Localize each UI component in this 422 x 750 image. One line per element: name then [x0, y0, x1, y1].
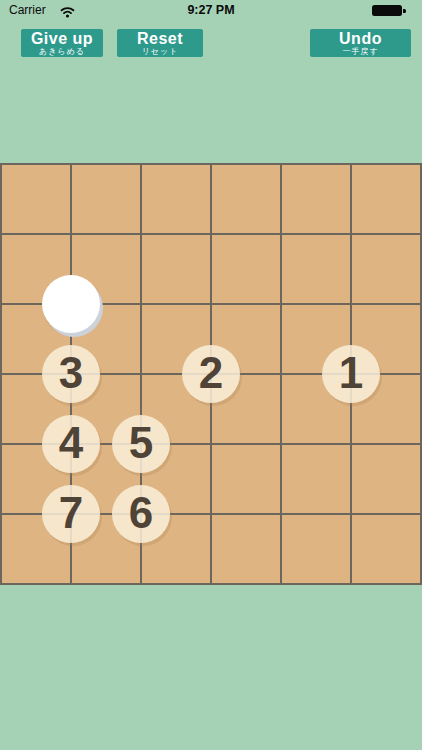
clock: 9:27 PM	[0, 3, 422, 18]
status-bar: Carrier 9:27 PM	[0, 0, 422, 22]
move-marker-5[interactable]: 5	[112, 415, 170, 473]
undo-sublabel: 一手戻す	[342, 47, 378, 56]
white-stone	[42, 275, 100, 333]
board-grid: 1234567	[1, 164, 421, 584]
go-board[interactable]: 1234567	[0, 164, 422, 584]
move-marker-7[interactable]: 7	[42, 485, 100, 543]
move-marker-4[interactable]: 4	[42, 415, 100, 473]
reset-button[interactable]: Reset リセット	[117, 29, 203, 57]
battery-icon	[372, 5, 406, 16]
reset-sublabel: リセット	[142, 47, 179, 56]
move-marker-3[interactable]: 3	[42, 345, 100, 403]
undo-label: Undo	[339, 30, 382, 47]
grid-line-horizontal	[0, 233, 422, 235]
give-up-label: Give up	[31, 30, 93, 47]
undo-button[interactable]: Undo 一手戻す	[310, 29, 411, 57]
reset-label: Reset	[137, 30, 183, 47]
grid-line-horizontal	[0, 583, 422, 585]
give-up-sublabel: あきらめる	[39, 47, 85, 56]
move-marker-2[interactable]: 2	[182, 345, 240, 403]
move-marker-6[interactable]: 6	[112, 485, 170, 543]
move-marker-1[interactable]: 1	[322, 345, 380, 403]
grid-line-horizontal	[0, 163, 422, 165]
app-screen: Carrier 9:27 PM Give up あきらめる Reset リセット…	[0, 0, 422, 750]
give-up-button[interactable]: Give up あきらめる	[21, 29, 103, 57]
